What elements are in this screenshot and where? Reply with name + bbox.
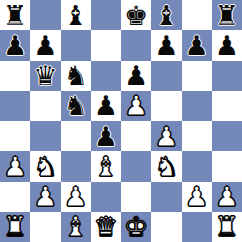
white-pawn[interactable]: ♟: [154, 123, 178, 150]
square-d2[interactable]: [91, 182, 121, 212]
square-g7[interactable]: ♟: [182, 30, 212, 60]
square-b5[interactable]: [30, 91, 60, 121]
square-a7[interactable]: ♟: [0, 30, 30, 60]
square-f8[interactable]: ♝: [151, 0, 181, 30]
white-pawn[interactable]: ♟: [33, 183, 57, 210]
square-c4[interactable]: [61, 121, 91, 151]
square-a4[interactable]: [0, 121, 30, 151]
black-pawn[interactable]: ♟: [185, 32, 209, 59]
square-e8[interactable]: ♚: [121, 0, 151, 30]
square-a8[interactable]: ♜: [0, 0, 30, 30]
white-pawn[interactable]: ♟: [64, 183, 88, 210]
white-knight[interactable]: ♞: [33, 153, 57, 180]
square-c8[interactable]: ♝: [61, 0, 91, 30]
black-pawn[interactable]: ♟: [215, 32, 239, 59]
square-e6[interactable]: ♟: [121, 61, 151, 91]
square-d7[interactable]: [91, 30, 121, 60]
square-h5[interactable]: [212, 91, 242, 121]
square-b7[interactable]: ♟: [30, 30, 60, 60]
square-f2[interactable]: [151, 182, 181, 212]
square-a3[interactable]: ♟: [0, 151, 30, 181]
square-f6[interactable]: [151, 61, 181, 91]
black-pawn[interactable]: ♟: [33, 32, 57, 59]
white-bishop[interactable]: ♝: [64, 213, 88, 240]
square-b2[interactable]: ♟: [30, 182, 60, 212]
square-f1[interactable]: [151, 212, 181, 242]
square-d3[interactable]: ♝: [91, 151, 121, 181]
square-a2[interactable]: [0, 182, 30, 212]
white-pawn[interactable]: ♟: [3, 153, 27, 180]
black-pawn[interactable]: ♟: [94, 92, 118, 119]
square-h8[interactable]: ♜: [212, 0, 242, 30]
square-d8[interactable]: [91, 0, 121, 30]
square-c3[interactable]: [61, 151, 91, 181]
square-b4[interactable]: [30, 121, 60, 151]
square-a1[interactable]: ♜: [0, 212, 30, 242]
square-a5[interactable]: [0, 91, 30, 121]
square-e1[interactable]: ♚: [121, 212, 151, 242]
square-b8[interactable]: [30, 0, 60, 30]
square-g1[interactable]: [182, 212, 212, 242]
square-h3[interactable]: [212, 151, 242, 181]
square-h1[interactable]: ♜: [212, 212, 242, 242]
square-b1[interactable]: [30, 212, 60, 242]
square-g3[interactable]: [182, 151, 212, 181]
square-g8[interactable]: [182, 0, 212, 30]
white-knight[interactable]: ♞: [154, 153, 178, 180]
square-e5[interactable]: ♟: [121, 91, 151, 121]
black-king[interactable]: ♚: [124, 2, 148, 29]
square-e2[interactable]: [121, 182, 151, 212]
black-pawn[interactable]: ♟: [94, 123, 118, 150]
black-pawn[interactable]: ♟: [3, 32, 27, 59]
black-knight[interactable]: ♞: [64, 62, 88, 89]
black-pawn[interactable]: ♟: [154, 32, 178, 59]
square-c5[interactable]: ♞: [61, 91, 91, 121]
square-d5[interactable]: ♟: [91, 91, 121, 121]
square-c2[interactable]: ♟: [61, 182, 91, 212]
white-pawn[interactable]: ♟: [185, 183, 209, 210]
square-e7[interactable]: [121, 30, 151, 60]
white-king[interactable]: ♚: [124, 213, 148, 240]
square-g2[interactable]: ♟: [182, 182, 212, 212]
square-d4[interactable]: ♟: [91, 121, 121, 151]
square-f3[interactable]: ♞: [151, 151, 181, 181]
square-h7[interactable]: ♟: [212, 30, 242, 60]
square-f5[interactable]: [151, 91, 181, 121]
white-pawn[interactable]: ♟: [215, 183, 239, 210]
square-c7[interactable]: [61, 30, 91, 60]
white-bishop[interactable]: ♝: [94, 153, 118, 180]
black-bishop[interactable]: ♝: [64, 2, 88, 29]
black-rook[interactable]: ♜: [3, 2, 27, 29]
black-pawn[interactable]: ♟: [124, 62, 148, 89]
white-pawn[interactable]: ♟: [124, 92, 148, 119]
white-rook[interactable]: ♜: [215, 213, 239, 240]
chess-board: ♜♝♚♝♜♟♟♟♟♟♛♞♟♞♟♟♟♟♟♞♝♞♟♟♟♟♜♝♛♚♜: [0, 0, 242, 242]
square-d1[interactable]: ♛: [91, 212, 121, 242]
square-h4[interactable]: [212, 121, 242, 151]
square-g6[interactable]: [182, 61, 212, 91]
square-f4[interactable]: ♟: [151, 121, 181, 151]
black-knight[interactable]: ♞: [64, 92, 88, 119]
black-rook[interactable]: ♜: [215, 2, 239, 29]
square-b6[interactable]: ♛: [30, 61, 60, 91]
black-bishop[interactable]: ♝: [154, 2, 178, 29]
square-c1[interactable]: ♝: [61, 212, 91, 242]
white-rook[interactable]: ♜: [3, 213, 27, 240]
square-g4[interactable]: [182, 121, 212, 151]
square-e4[interactable]: [121, 121, 151, 151]
square-h6[interactable]: [212, 61, 242, 91]
square-b3[interactable]: ♞: [30, 151, 60, 181]
square-d6[interactable]: [91, 61, 121, 91]
square-a6[interactable]: [0, 61, 30, 91]
square-f7[interactable]: ♟: [151, 30, 181, 60]
square-h2[interactable]: ♟: [212, 182, 242, 212]
white-queen[interactable]: ♛: [94, 213, 118, 240]
black-queen[interactable]: ♛: [33, 62, 57, 89]
square-e3[interactable]: [121, 151, 151, 181]
square-c6[interactable]: ♞: [61, 61, 91, 91]
square-g5[interactable]: [182, 91, 212, 121]
